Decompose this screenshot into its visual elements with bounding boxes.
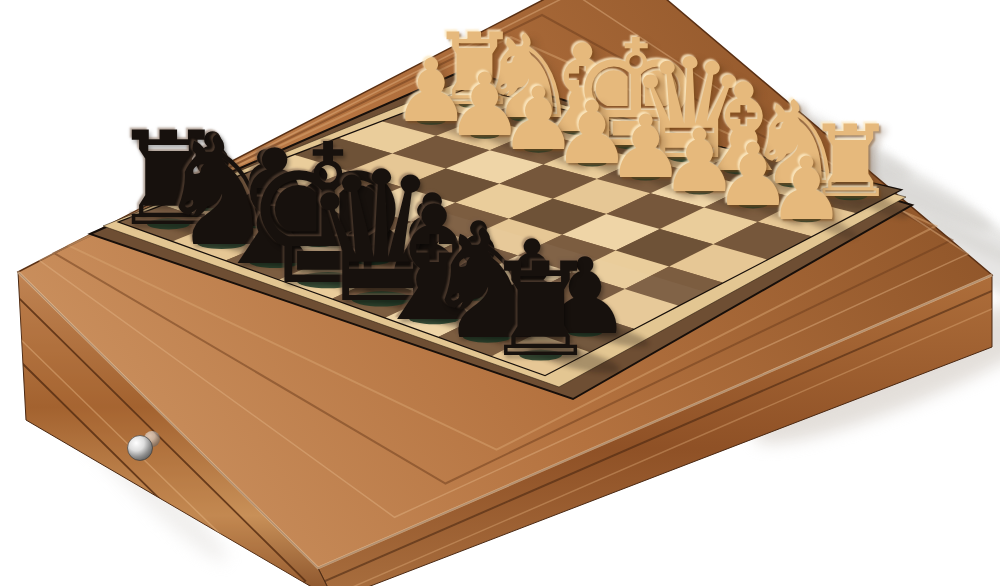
chess-set-product-photo: ♜♞♝♛♚♝♞♜♟♟♟♟♟♟♟♟♟♟♟♟♟♟♟♟♜♞♝♛♚♝♞♜ <box>0 0 1000 586</box>
piece-black-rook-a8[interactable]: ♜ <box>476 246 606 376</box>
drawer-knob[interactable] <box>128 436 153 461</box>
piece-white-pawn-a2[interactable]: ♟ <box>763 146 850 233</box>
